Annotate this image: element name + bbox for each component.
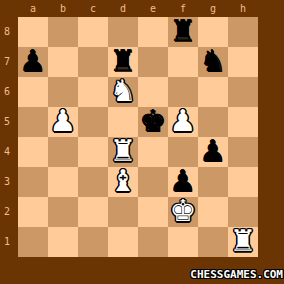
rank-labels: 8 7 6 5 4 3 2 1 bbox=[0, 17, 18, 257]
square-e7 bbox=[138, 47, 168, 77]
square-g3 bbox=[198, 167, 228, 197]
square-c6 bbox=[78, 77, 108, 107]
square-e1 bbox=[138, 227, 168, 257]
square-c1 bbox=[78, 227, 108, 257]
rank-label-1: 1 bbox=[0, 227, 14, 257]
square-f1 bbox=[168, 227, 198, 257]
square-b8 bbox=[48, 17, 78, 47]
file-label-e: e bbox=[138, 1, 168, 16]
piece-black-rook: ♜ bbox=[108, 46, 138, 76]
piece-black-pawn: ♟ bbox=[198, 136, 228, 166]
square-b7 bbox=[48, 47, 78, 77]
square-g2 bbox=[198, 197, 228, 227]
square-h3 bbox=[228, 167, 258, 197]
file-label-a: a bbox=[18, 1, 48, 16]
square-c7 bbox=[78, 47, 108, 77]
rank-label-5: 5 bbox=[0, 107, 14, 137]
piece-black-pawn: ♟ bbox=[168, 166, 198, 196]
piece-black-rook: ♜ bbox=[168, 16, 198, 46]
square-b4 bbox=[48, 137, 78, 167]
square-e2 bbox=[138, 197, 168, 227]
square-a4 bbox=[18, 137, 48, 167]
square-f5: ♟ bbox=[168, 107, 198, 137]
piece-black-king: ♚ bbox=[138, 106, 168, 136]
square-f8: ♜ bbox=[168, 17, 198, 47]
chess-diagram: a b c d e f g h 8 7 6 5 4 3 2 1 ♜♟♜♞♞♟♚♟… bbox=[0, 0, 284, 284]
rank-label-6: 6 bbox=[0, 77, 14, 107]
chess-board: ♜♟♜♞♞♟♚♟♜♟♝♟♚♜ bbox=[18, 17, 258, 257]
square-a2 bbox=[18, 197, 48, 227]
file-label-d: d bbox=[108, 1, 138, 16]
square-d2 bbox=[108, 197, 138, 227]
square-h6 bbox=[228, 77, 258, 107]
piece-white-pawn: ♟ bbox=[168, 106, 198, 136]
square-a6 bbox=[18, 77, 48, 107]
square-d3: ♝ bbox=[108, 167, 138, 197]
square-a5 bbox=[18, 107, 48, 137]
square-c4 bbox=[78, 137, 108, 167]
rank-label-8: 8 bbox=[0, 17, 14, 47]
square-b2 bbox=[48, 197, 78, 227]
rank-label-7: 7 bbox=[0, 47, 14, 77]
file-label-g: g bbox=[198, 1, 228, 16]
piece-white-rook: ♜ bbox=[108, 136, 138, 166]
piece-white-rook: ♜ bbox=[228, 226, 258, 256]
piece-white-knight: ♞ bbox=[108, 76, 138, 106]
piece-white-king: ♚ bbox=[168, 196, 198, 226]
square-e3 bbox=[138, 167, 168, 197]
square-f7 bbox=[168, 47, 198, 77]
file-label-b: b bbox=[48, 1, 78, 16]
piece-white-bishop: ♝ bbox=[108, 166, 138, 196]
square-f2: ♚ bbox=[168, 197, 198, 227]
square-c5 bbox=[78, 107, 108, 137]
square-b1 bbox=[48, 227, 78, 257]
square-a1 bbox=[18, 227, 48, 257]
square-e4 bbox=[138, 137, 168, 167]
square-h7 bbox=[228, 47, 258, 77]
square-d1 bbox=[108, 227, 138, 257]
square-g1 bbox=[198, 227, 228, 257]
square-g6 bbox=[198, 77, 228, 107]
square-e5: ♚ bbox=[138, 107, 168, 137]
square-a7: ♟ bbox=[18, 47, 48, 77]
watermark-text: CHESSGAMES.COM bbox=[190, 268, 283, 281]
square-c3 bbox=[78, 167, 108, 197]
rank-label-4: 4 bbox=[0, 137, 14, 167]
rank-label-3: 3 bbox=[0, 167, 14, 197]
square-a3 bbox=[18, 167, 48, 197]
square-e8 bbox=[138, 17, 168, 47]
square-b5: ♟ bbox=[48, 107, 78, 137]
file-labels: a b c d e f g h bbox=[18, 1, 258, 16]
piece-white-pawn: ♟ bbox=[48, 106, 78, 136]
square-h8 bbox=[228, 17, 258, 47]
square-c2 bbox=[78, 197, 108, 227]
piece-black-pawn: ♟ bbox=[18, 46, 48, 76]
square-h1: ♜ bbox=[228, 227, 258, 257]
file-label-c: c bbox=[78, 1, 108, 16]
file-label-h: h bbox=[228, 1, 258, 16]
square-h4 bbox=[228, 137, 258, 167]
piece-black-knight: ♞ bbox=[198, 46, 228, 76]
square-c8 bbox=[78, 17, 108, 47]
rank-label-2: 2 bbox=[0, 197, 14, 227]
square-h5 bbox=[228, 107, 258, 137]
square-g7: ♞ bbox=[198, 47, 228, 77]
square-g4: ♟ bbox=[198, 137, 228, 167]
square-b3 bbox=[48, 167, 78, 197]
square-d6: ♞ bbox=[108, 77, 138, 107]
